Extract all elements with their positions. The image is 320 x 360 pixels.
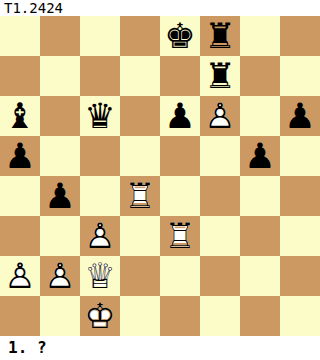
- square-h4[interactable]: [280, 176, 320, 216]
- square-h2[interactable]: [280, 256, 320, 296]
- white-queen: ♛♕: [80, 256, 120, 296]
- square-e3[interactable]: ♜♖: [160, 216, 200, 256]
- square-b4[interactable]: ♟: [40, 176, 80, 216]
- square-c3[interactable]: ♟♙: [80, 216, 120, 256]
- square-g2[interactable]: [240, 256, 280, 296]
- square-a1[interactable]: [0, 296, 40, 336]
- black-pawn: ♟: [160, 96, 200, 136]
- black-queen: ♛: [80, 96, 120, 136]
- square-c5[interactable]: [80, 136, 120, 176]
- square-c1[interactable]: ♚♔: [80, 296, 120, 336]
- square-e1[interactable]: [160, 296, 200, 336]
- square-f6[interactable]: ♟♙: [200, 96, 240, 136]
- white-pawn: ♟♙: [80, 216, 120, 256]
- square-g3[interactable]: [240, 216, 280, 256]
- puzzle-id: T1.2424: [4, 0, 63, 16]
- square-a7[interactable]: [0, 56, 40, 96]
- square-a5[interactable]: ♟: [0, 136, 40, 176]
- square-d8[interactable]: [120, 16, 160, 56]
- square-g5[interactable]: ♟: [240, 136, 280, 176]
- square-g8[interactable]: [240, 16, 280, 56]
- square-b3[interactable]: [40, 216, 80, 256]
- square-h3[interactable]: [280, 216, 320, 256]
- square-a2[interactable]: ♟♙: [0, 256, 40, 296]
- square-d7[interactable]: [120, 56, 160, 96]
- square-f7[interactable]: ♜: [200, 56, 240, 96]
- chess-puzzle-window: T1.2424 ♚♜♜♝♛♟♟♙♟♟♟♟♜♖♟♙♜♖♟♙♟♙♛♕♚♔ 1. ?: [0, 0, 320, 360]
- square-g6[interactable]: [240, 96, 280, 136]
- white-king: ♚♔: [80, 296, 120, 336]
- black-pawn: ♟: [40, 176, 80, 216]
- square-d6[interactable]: [120, 96, 160, 136]
- square-f1[interactable]: [200, 296, 240, 336]
- black-bishop: ♝: [0, 96, 40, 136]
- square-b2[interactable]: ♟♙: [40, 256, 80, 296]
- square-g4[interactable]: [240, 176, 280, 216]
- white-rook: ♜♖: [160, 216, 200, 256]
- square-e6[interactable]: ♟: [160, 96, 200, 136]
- square-f3[interactable]: [200, 216, 240, 256]
- square-d3[interactable]: [120, 216, 160, 256]
- square-a8[interactable]: [0, 16, 40, 56]
- white-pawn: ♟♙: [200, 96, 240, 136]
- square-f5[interactable]: [200, 136, 240, 176]
- square-b5[interactable]: [40, 136, 80, 176]
- square-d1[interactable]: [120, 296, 160, 336]
- black-king: ♚: [160, 16, 200, 56]
- square-h7[interactable]: [280, 56, 320, 96]
- black-rook: ♜: [200, 16, 240, 56]
- square-g1[interactable]: [240, 296, 280, 336]
- white-pawn: ♟♙: [0, 256, 40, 296]
- square-e8[interactable]: ♚: [160, 16, 200, 56]
- square-f4[interactable]: [200, 176, 240, 216]
- square-e7[interactable]: [160, 56, 200, 96]
- black-pawn: ♟: [0, 136, 40, 176]
- square-d4[interactable]: ♜♖: [120, 176, 160, 216]
- square-e2[interactable]: [160, 256, 200, 296]
- black-pawn: ♟: [240, 136, 280, 176]
- square-c8[interactable]: [80, 16, 120, 56]
- white-rook: ♜♖: [120, 176, 160, 216]
- square-h5[interactable]: [280, 136, 320, 176]
- square-a4[interactable]: [0, 176, 40, 216]
- square-f8[interactable]: ♜: [200, 16, 240, 56]
- square-a3[interactable]: [0, 216, 40, 256]
- square-g7[interactable]: [240, 56, 280, 96]
- square-c2[interactable]: ♛♕: [80, 256, 120, 296]
- move-prompt: 1. ?: [8, 338, 47, 357]
- black-rook: ♜: [200, 56, 240, 96]
- white-pawn: ♟♙: [40, 256, 80, 296]
- square-a6[interactable]: ♝: [0, 96, 40, 136]
- square-c7[interactable]: [80, 56, 120, 96]
- square-d5[interactable]: [120, 136, 160, 176]
- square-b7[interactable]: [40, 56, 80, 96]
- square-b1[interactable]: [40, 296, 80, 336]
- chess-board: ♚♜♜♝♛♟♟♙♟♟♟♟♜♖♟♙♜♖♟♙♟♙♛♕♚♔: [0, 16, 320, 336]
- square-d2[interactable]: [120, 256, 160, 296]
- square-c6[interactable]: ♛: [80, 96, 120, 136]
- square-h6[interactable]: ♟: [280, 96, 320, 136]
- square-f2[interactable]: [200, 256, 240, 296]
- black-pawn: ♟: [280, 96, 320, 136]
- square-e5[interactable]: [160, 136, 200, 176]
- square-h1[interactable]: [280, 296, 320, 336]
- square-c4[interactable]: [80, 176, 120, 216]
- square-e4[interactable]: [160, 176, 200, 216]
- square-h8[interactable]: [280, 16, 320, 56]
- square-b6[interactable]: [40, 96, 80, 136]
- square-b8[interactable]: [40, 16, 80, 56]
